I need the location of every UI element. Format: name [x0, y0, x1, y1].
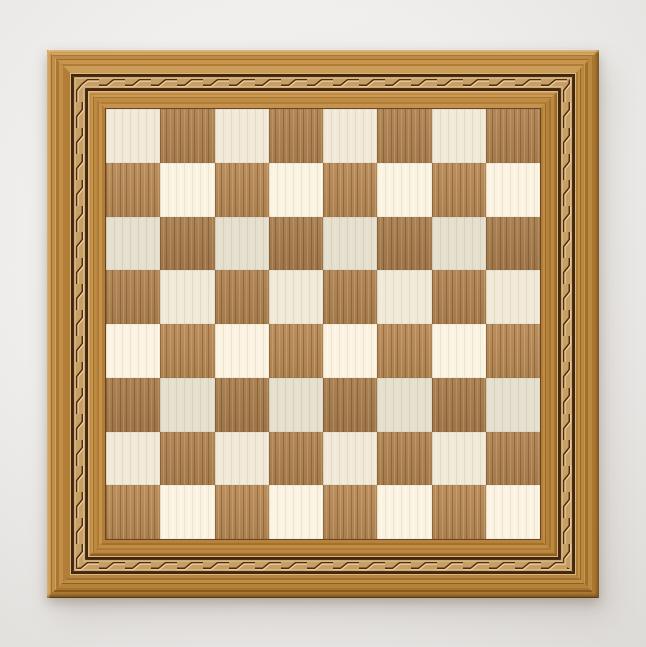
carved-band-right: [560, 76, 573, 572]
square-g5: [432, 270, 486, 324]
square-b3: [160, 378, 214, 432]
wall-background: [0, 0, 646, 647]
outer-frame-bottom: [47, 575, 599, 598]
square-c5: [215, 270, 269, 324]
square-d7: [269, 163, 323, 217]
square-g6: [432, 217, 486, 271]
square-h3: [486, 378, 540, 432]
playing-surface: [106, 109, 540, 539]
square-c2: [215, 432, 269, 486]
square-a3: [106, 378, 160, 432]
square-e3: [323, 378, 377, 432]
square-f3: [377, 378, 431, 432]
square-c7: [215, 163, 269, 217]
square-d5: [269, 270, 323, 324]
square-a2: [106, 432, 160, 486]
square-b1: [160, 485, 214, 539]
square-e6: [323, 217, 377, 271]
square-h5: [486, 270, 540, 324]
square-a1: [106, 485, 160, 539]
square-d3: [269, 378, 323, 432]
square-d1: [269, 485, 323, 539]
square-g7: [432, 163, 486, 217]
square-g3: [432, 378, 486, 432]
square-a6: [106, 217, 160, 271]
square-b6: [160, 217, 214, 271]
carved-band-top: [73, 76, 573, 89]
inner-frame-right: [541, 92, 557, 556]
square-g2: [432, 432, 486, 486]
square-e5: [323, 270, 377, 324]
outer-frame-left: [47, 50, 70, 598]
square-f8: [377, 109, 431, 163]
square-b4: [160, 324, 214, 378]
square-f1: [377, 485, 431, 539]
square-b2: [160, 432, 214, 486]
square-c1: [215, 485, 269, 539]
square-e4: [323, 324, 377, 378]
square-e1: [323, 485, 377, 539]
square-b5: [160, 270, 214, 324]
square-h2: [486, 432, 540, 486]
square-a5: [106, 270, 160, 324]
square-f4: [377, 324, 431, 378]
square-c4: [215, 324, 269, 378]
inner-frame-bottom: [89, 540, 557, 556]
carved-band-left: [73, 76, 86, 572]
square-g1: [432, 485, 486, 539]
square-a8: [106, 109, 160, 163]
inner-frame-left: [89, 92, 105, 556]
square-f7: [377, 163, 431, 217]
square-e8: [323, 109, 377, 163]
square-g4: [432, 324, 486, 378]
inner-frame-top: [89, 92, 557, 108]
outer-frame-top: [47, 50, 599, 73]
square-b7: [160, 163, 214, 217]
square-d6: [269, 217, 323, 271]
square-d8: [269, 109, 323, 163]
square-h7: [486, 163, 540, 217]
square-a7: [106, 163, 160, 217]
square-f2: [377, 432, 431, 486]
outer-frame-right: [576, 50, 599, 598]
square-b8: [160, 109, 214, 163]
square-h8: [486, 109, 540, 163]
square-e2: [323, 432, 377, 486]
square-d4: [269, 324, 323, 378]
square-h4: [486, 324, 540, 378]
square-g8: [432, 109, 486, 163]
square-f6: [377, 217, 431, 271]
square-e7: [323, 163, 377, 217]
square-h6: [486, 217, 540, 271]
square-h1: [486, 485, 540, 539]
square-c6: [215, 217, 269, 271]
square-f5: [377, 270, 431, 324]
square-c3: [215, 378, 269, 432]
square-d2: [269, 432, 323, 486]
chess-board: [47, 50, 599, 598]
square-c8: [215, 109, 269, 163]
square-a4: [106, 324, 160, 378]
carved-band-bottom: [73, 559, 573, 572]
